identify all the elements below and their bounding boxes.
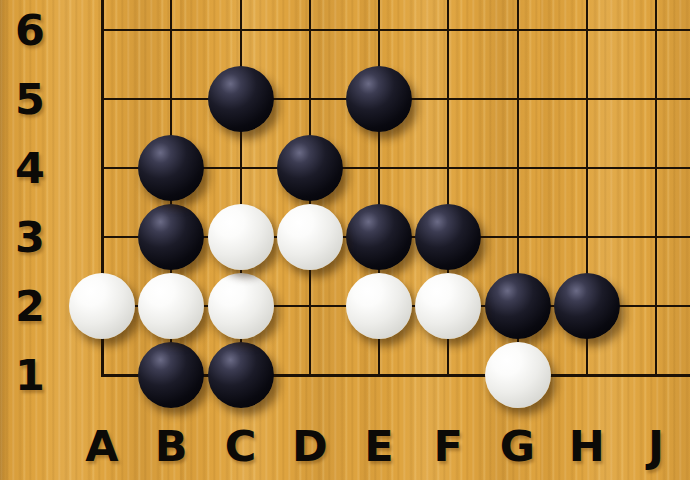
white-stone-C2 [208, 273, 274, 339]
black-stone-C5 [208, 66, 274, 132]
white-stone-A2 [69, 273, 135, 339]
row-label-2: 2 [0, 280, 61, 332]
col-label-A: A [71, 420, 133, 472]
row-label-1: 1 [0, 349, 61, 401]
row-label-5: 5 [0, 73, 61, 125]
row-label-3: 3 [0, 211, 61, 263]
white-stone-B2 [138, 273, 204, 339]
col-label-B: B [140, 420, 202, 472]
col-label-E: E [348, 420, 410, 472]
grid-line-horizontal-6 [101, 29, 690, 31]
black-stone-B1 [138, 342, 204, 408]
row-label-4: 4 [0, 142, 61, 194]
black-stone-H2 [554, 273, 620, 339]
col-label-H: H [556, 420, 618, 472]
white-stone-G1 [485, 342, 551, 408]
col-label-G: G [487, 420, 549, 472]
row-label-6: 6 [0, 4, 61, 56]
black-stone-E5 [346, 66, 412, 132]
col-label-C: C [210, 420, 272, 472]
black-stone-G2 [485, 273, 551, 339]
black-stone-B4 [138, 135, 204, 201]
black-stone-C1 [208, 342, 274, 408]
grid-line-vertical-J [655, 0, 657, 377]
white-stone-F2 [415, 273, 481, 339]
go-board[interactable]: 654321ABCDEFGHJ [0, 0, 690, 480]
black-stone-D4 [277, 135, 343, 201]
col-label-J: J [625, 420, 687, 472]
white-stone-E2 [346, 273, 412, 339]
col-label-D: D [279, 420, 341, 472]
white-stone-D3 [277, 204, 343, 270]
col-label-F: F [417, 420, 479, 472]
black-stone-B3 [138, 204, 204, 270]
black-stone-E3 [346, 204, 412, 270]
white-stone-C3 [208, 204, 274, 270]
black-stone-F3 [415, 204, 481, 270]
